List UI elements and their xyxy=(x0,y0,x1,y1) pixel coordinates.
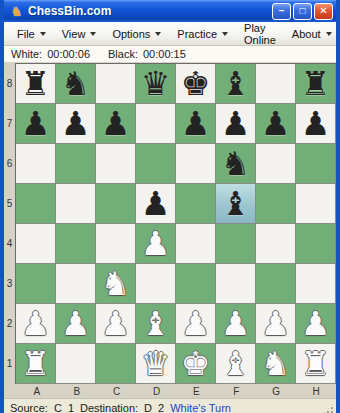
chess-board: ♜♞♛♚♝♜♟♟♟♟♟♟♟♞♟♝♟♞♟♟♟♝♟♟♟♟♜♛♚♝♞♜ xyxy=(15,63,336,384)
chevron-down-icon xyxy=(40,32,46,36)
square-d2[interactable]: ♝ xyxy=(136,304,176,344)
white-pawn: ♟ xyxy=(261,305,291,343)
minimize-button[interactable]: – xyxy=(272,3,291,20)
black-pawn: ♟ xyxy=(181,105,211,143)
square-e4[interactable] xyxy=(176,224,216,264)
square-c6[interactable] xyxy=(96,144,136,184)
black-pawn: ♟ xyxy=(261,105,291,143)
square-f1[interactable]: ♝ xyxy=(216,344,256,384)
file-label-d: D xyxy=(137,386,177,397)
square-h4[interactable] xyxy=(296,224,336,264)
square-d8[interactable]: ♛ xyxy=(136,64,176,104)
square-a2[interactable]: ♟ xyxy=(16,304,56,344)
black-rook: ♜ xyxy=(301,65,331,103)
square-a1[interactable]: ♜ xyxy=(16,344,56,384)
menu-item-view[interactable]: View xyxy=(55,25,104,43)
menu-item-about[interactable]: About xyxy=(285,25,339,43)
square-c2[interactable]: ♟ xyxy=(96,304,136,344)
square-d4[interactable]: ♟ xyxy=(136,224,176,264)
menu-item-play-online[interactable]: Play Online xyxy=(237,19,283,49)
square-d1[interactable]: ♛ xyxy=(136,344,176,384)
source-label: Source: xyxy=(10,402,48,413)
app-icon: ♞ xyxy=(9,4,24,19)
chevron-down-icon xyxy=(90,32,96,36)
rank-label-2: 2 xyxy=(4,303,15,343)
status-bar: Source: C 1 Destination: D 2 White's Tur… xyxy=(4,398,336,413)
menu-item-practice[interactable]: Practice xyxy=(170,25,235,43)
square-c1[interactable] xyxy=(96,344,136,384)
app-window: ♞ ChessBin.com – □ ✕ File View Options P… xyxy=(0,0,340,413)
rank-label-7: 7 xyxy=(4,103,15,143)
black-queen: ♛ xyxy=(141,65,171,103)
square-a7[interactable]: ♟ xyxy=(16,104,56,144)
square-d5[interactable]: ♟ xyxy=(136,184,176,224)
square-e5[interactable] xyxy=(176,184,216,224)
square-e6[interactable] xyxy=(176,144,216,184)
title-bar[interactable]: ♞ ChessBin.com – □ ✕ xyxy=(4,0,336,22)
square-h8[interactable]: ♜ xyxy=(296,64,336,104)
black-pawn: ♟ xyxy=(61,105,91,143)
square-d6[interactable] xyxy=(136,144,176,184)
file-label-c: C xyxy=(97,386,137,397)
square-c8[interactable] xyxy=(96,64,136,104)
square-h3[interactable] xyxy=(296,264,336,304)
white-knight: ♞ xyxy=(101,265,131,303)
black-pawn: ♟ xyxy=(21,105,51,143)
white-pawn: ♟ xyxy=(21,305,51,343)
file-label-e: E xyxy=(176,386,216,397)
source-file: C xyxy=(54,402,62,413)
square-h7[interactable]: ♟ xyxy=(296,104,336,144)
square-b2[interactable]: ♟ xyxy=(56,304,96,344)
square-b3[interactable] xyxy=(56,264,96,304)
square-f2[interactable]: ♟ xyxy=(216,304,256,344)
square-c4[interactable] xyxy=(96,224,136,264)
turn-indicator: White's Turn xyxy=(170,402,231,413)
black-pawn: ♟ xyxy=(221,105,251,143)
white-king: ♚ xyxy=(181,345,211,383)
black-clock-time: 00:00:15 xyxy=(143,48,186,60)
destination-label: Destination: xyxy=(80,402,138,413)
rank-label-3: 3 xyxy=(4,263,15,303)
square-h1[interactable]: ♜ xyxy=(296,344,336,384)
menu-item-label: About xyxy=(292,28,321,40)
rank-label-1: 1 xyxy=(4,343,15,383)
white-pawn: ♟ xyxy=(221,305,251,343)
black-pawn: ♟ xyxy=(141,185,171,223)
white-knight: ♞ xyxy=(261,345,291,383)
black-king: ♚ xyxy=(181,65,211,103)
file-label-g: G xyxy=(256,386,296,397)
board-zone: 87654321 ♜♞♛♚♝♜♟♟♟♟♟♟♟♞♟♝♟♞♟♟♟♝♟♟♟♟♜♛♚♝♞… xyxy=(4,63,336,398)
square-e1[interactable]: ♚ xyxy=(176,344,216,384)
close-button[interactable]: ✕ xyxy=(314,3,333,20)
square-g8[interactable] xyxy=(256,64,296,104)
black-rook: ♜ xyxy=(21,65,51,103)
square-c7[interactable]: ♟ xyxy=(96,104,136,144)
square-g1[interactable]: ♞ xyxy=(256,344,296,384)
square-b7[interactable]: ♟ xyxy=(56,104,96,144)
square-g3[interactable] xyxy=(256,264,296,304)
square-h5[interactable] xyxy=(296,184,336,224)
clock-bar: White: 00:00:06 Black: 00:00:15 xyxy=(4,46,336,63)
square-b4[interactable] xyxy=(56,224,96,264)
white-pawn: ♟ xyxy=(301,305,331,343)
square-f3[interactable] xyxy=(216,264,256,304)
rank-label-6: 6 xyxy=(4,143,15,183)
square-b8[interactable]: ♞ xyxy=(56,64,96,104)
square-e3[interactable] xyxy=(176,264,216,304)
chevron-down-icon xyxy=(326,32,332,36)
white-bishop: ♝ xyxy=(221,345,251,383)
black-pawn: ♟ xyxy=(101,105,131,143)
square-d3[interactable] xyxy=(136,264,176,304)
menu-item-label: Practice xyxy=(177,28,217,40)
menu-item-label: File xyxy=(17,28,35,40)
file-label-a: A xyxy=(17,386,57,397)
white-rook: ♜ xyxy=(21,345,51,383)
black-clock-label: Black: xyxy=(108,48,138,60)
menu-bar: File View Options Practice Play Online A… xyxy=(4,22,336,46)
menu-item-options[interactable]: Options xyxy=(105,25,168,43)
white-pawn: ♟ xyxy=(141,225,171,263)
square-c5[interactable] xyxy=(96,184,136,224)
square-f5[interactable]: ♝ xyxy=(216,184,256,224)
chevron-down-icon xyxy=(222,32,228,36)
chevron-down-icon xyxy=(155,32,161,36)
square-g6[interactable] xyxy=(256,144,296,184)
square-d7[interactable] xyxy=(136,104,176,144)
file-label-h: H xyxy=(296,386,336,397)
square-f4[interactable] xyxy=(216,224,256,264)
resize-grip[interactable] xyxy=(322,402,335,413)
square-g4[interactable] xyxy=(256,224,296,264)
square-a5[interactable] xyxy=(16,184,56,224)
maximize-button[interactable]: □ xyxy=(293,3,312,20)
source-rank: 1 xyxy=(68,402,74,413)
white-clock-time: 00:00:06 xyxy=(47,48,90,60)
black-bishop: ♝ xyxy=(221,65,251,103)
white-pawn: ♟ xyxy=(181,305,211,343)
black-pawn: ♟ xyxy=(301,105,331,143)
white-rook: ♜ xyxy=(301,345,331,383)
window-title: ChessBin.com xyxy=(28,4,270,18)
white-pawn: ♟ xyxy=(61,305,91,343)
square-c3[interactable]: ♞ xyxy=(96,264,136,304)
black-bishop: ♝ xyxy=(221,185,251,223)
square-b1[interactable] xyxy=(56,344,96,384)
square-g2[interactable]: ♟ xyxy=(256,304,296,344)
square-f8[interactable]: ♝ xyxy=(216,64,256,104)
menu-item-label: View xyxy=(62,28,86,40)
square-g5[interactable] xyxy=(256,184,296,224)
destination-rank: 2 xyxy=(158,402,164,413)
square-b5[interactable] xyxy=(56,184,96,224)
file-labels: ABCDEFGH xyxy=(4,384,336,398)
rank-label-5: 5 xyxy=(4,183,15,223)
square-a8[interactable]: ♜ xyxy=(16,64,56,104)
square-e2[interactable]: ♟ xyxy=(176,304,216,344)
destination-file: D xyxy=(144,402,152,413)
square-f6[interactable]: ♞ xyxy=(216,144,256,184)
file-label-f: F xyxy=(216,386,256,397)
white-pawn: ♟ xyxy=(101,305,131,343)
rank-label-8: 8 xyxy=(4,63,15,103)
square-h6[interactable] xyxy=(296,144,336,184)
square-a6[interactable] xyxy=(16,144,56,184)
square-h2[interactable]: ♟ xyxy=(296,304,336,344)
white-clock-label: White: xyxy=(11,48,42,60)
black-knight: ♞ xyxy=(221,145,251,183)
white-bishop: ♝ xyxy=(141,305,171,343)
square-f7[interactable]: ♟ xyxy=(216,104,256,144)
square-a4[interactable] xyxy=(16,224,56,264)
menu-item-label: Play Online xyxy=(244,22,276,46)
file-label-b: B xyxy=(57,386,97,397)
black-knight: ♞ xyxy=(61,65,91,103)
menu-item-label: Options xyxy=(112,28,150,40)
rank-labels: 87654321 xyxy=(4,63,15,384)
rank-label-4: 4 xyxy=(4,223,15,263)
square-g7[interactable]: ♟ xyxy=(256,104,296,144)
white-queen: ♛ xyxy=(141,345,171,383)
square-a3[interactable] xyxy=(16,264,56,304)
square-e8[interactable]: ♚ xyxy=(176,64,216,104)
square-b6[interactable] xyxy=(56,144,96,184)
menu-item-file[interactable]: File xyxy=(10,25,53,43)
square-e7[interactable]: ♟ xyxy=(176,104,216,144)
